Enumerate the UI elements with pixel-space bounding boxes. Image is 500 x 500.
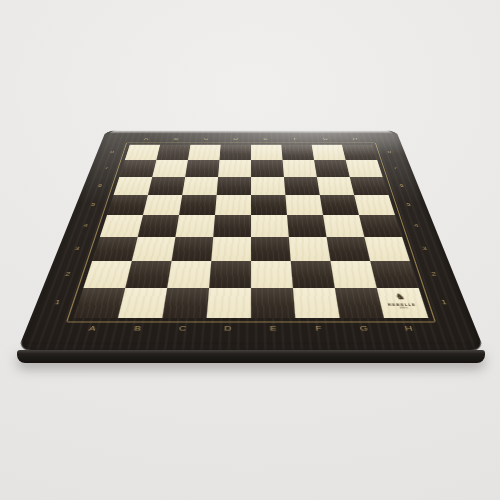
square-c7 bbox=[185, 160, 219, 177]
square-a5 bbox=[107, 195, 148, 215]
square-f3 bbox=[289, 237, 331, 261]
scene: ABCDEFGH ABCDEFGH 87654321 87654321 ♞ RE… bbox=[0, 0, 500, 500]
square-h3 bbox=[364, 237, 410, 261]
square-h4 bbox=[359, 215, 402, 237]
board-frame: ABCDEFGH ABCDEFGH 87654321 87654321 ♞ RE… bbox=[17, 131, 484, 351]
square-d8 bbox=[219, 145, 251, 160]
coordinate-label: 5 bbox=[389, 195, 430, 215]
playing-area: ♞ REBELLE chess bbox=[74, 145, 429, 318]
square-f7 bbox=[283, 160, 317, 177]
square-a6 bbox=[113, 177, 152, 195]
square-h2 bbox=[370, 261, 418, 288]
square-b1 bbox=[118, 288, 167, 318]
square-f6 bbox=[284, 177, 320, 195]
square-g4 bbox=[323, 215, 364, 237]
board-side-edge bbox=[17, 350, 485, 363]
square-d2 bbox=[209, 261, 251, 288]
square-e2 bbox=[251, 261, 293, 288]
square-d6 bbox=[217, 177, 251, 195]
coordinate-label: B bbox=[110, 318, 162, 351]
square-h8 bbox=[342, 145, 377, 160]
square-b5 bbox=[143, 195, 182, 215]
square-b4 bbox=[138, 215, 179, 237]
coordinate-label: D bbox=[221, 131, 251, 145]
coordinate-label: B bbox=[160, 131, 193, 145]
coordinate-label: H bbox=[339, 131, 373, 145]
square-a8 bbox=[125, 145, 160, 160]
knight-icon: ♞ bbox=[394, 292, 407, 300]
file-labels-bottom: ABCDEFGH bbox=[63, 318, 439, 351]
coordinate-label: G bbox=[309, 131, 342, 145]
square-e3 bbox=[251, 237, 291, 261]
square-g2 bbox=[330, 261, 376, 288]
square-c5 bbox=[179, 195, 217, 215]
square-c8 bbox=[188, 145, 221, 160]
square-e6 bbox=[251, 177, 285, 195]
coordinate-label: A bbox=[63, 318, 118, 351]
coordinate-label: 7 bbox=[377, 160, 414, 177]
square-d3 bbox=[211, 237, 251, 261]
square-c6 bbox=[182, 177, 218, 195]
square-f1 bbox=[293, 288, 340, 318]
square-c1 bbox=[162, 288, 209, 318]
coordinate-label: D bbox=[204, 318, 251, 351]
square-h5 bbox=[354, 195, 395, 215]
chessboard: ABCDEFGH ABCDEFGH 87654321 87654321 ♞ RE… bbox=[17, 131, 484, 351]
square-d1 bbox=[207, 288, 251, 318]
coordinate-label: G bbox=[340, 318, 392, 351]
square-b2 bbox=[125, 261, 171, 288]
square-c2 bbox=[167, 261, 211, 288]
square-f5 bbox=[285, 195, 323, 215]
coordinate-label: 8 bbox=[372, 145, 408, 160]
square-c3 bbox=[172, 237, 214, 261]
maker-logo-subtext: chess bbox=[399, 306, 408, 308]
square-f4 bbox=[287, 215, 327, 237]
square-g7 bbox=[314, 160, 350, 177]
coordinate-label: C bbox=[157, 318, 207, 351]
square-e8 bbox=[251, 145, 283, 160]
coordinate-label: F bbox=[295, 318, 345, 351]
square-d4 bbox=[213, 215, 251, 237]
square-g6 bbox=[317, 177, 354, 195]
coordinate-label: F bbox=[280, 131, 311, 145]
coordinate-label: C bbox=[190, 131, 221, 145]
square-h6 bbox=[350, 177, 389, 195]
coordinate-label: E bbox=[251, 318, 298, 351]
square-f8 bbox=[281, 145, 314, 160]
square-e4 bbox=[251, 215, 289, 237]
square-g5 bbox=[320, 195, 359, 215]
square-b6 bbox=[148, 177, 185, 195]
square-b7 bbox=[152, 160, 188, 177]
square-b3 bbox=[132, 237, 176, 261]
square-g8 bbox=[312, 145, 346, 160]
square-e5 bbox=[251, 195, 287, 215]
square-b8 bbox=[156, 145, 190, 160]
square-a3 bbox=[92, 237, 138, 261]
square-a4 bbox=[100, 215, 143, 237]
square-d7 bbox=[218, 160, 251, 177]
square-g3 bbox=[327, 237, 371, 261]
coordinate-label: E bbox=[251, 131, 281, 145]
coordinate-label: 4 bbox=[395, 215, 439, 237]
square-f2 bbox=[291, 261, 335, 288]
square-a2 bbox=[83, 261, 131, 288]
coordinate-label: A bbox=[130, 131, 164, 145]
file-labels-top: ABCDEFGH bbox=[130, 131, 372, 145]
coordinate-label: 6 bbox=[383, 177, 422, 195]
square-a7 bbox=[119, 160, 156, 177]
coordinate-label: H bbox=[384, 318, 439, 351]
square-e1 bbox=[251, 288, 295, 318]
square-a1 bbox=[74, 288, 126, 318]
square-d5 bbox=[215, 195, 251, 215]
square-c4 bbox=[175, 215, 215, 237]
square-g1 bbox=[335, 288, 384, 318]
square-h7 bbox=[346, 160, 383, 177]
square-e7 bbox=[251, 160, 284, 177]
